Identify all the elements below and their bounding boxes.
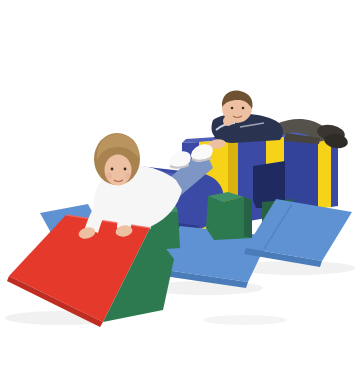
girl-cheek-right — [125, 173, 131, 179]
girl-cheek-left — [106, 173, 112, 179]
soft-play-scene — [0, 0, 360, 388]
boy-eye-left — [231, 107, 234, 110]
green-block-big-side — [244, 197, 252, 238]
shadow-front — [203, 315, 287, 325]
product-photo — [0, 0, 360, 388]
girl-eye-right — [124, 168, 127, 171]
boy-eye-right — [242, 107, 245, 110]
girl-face — [105, 155, 132, 186]
girl-eye-left — [111, 168, 114, 171]
